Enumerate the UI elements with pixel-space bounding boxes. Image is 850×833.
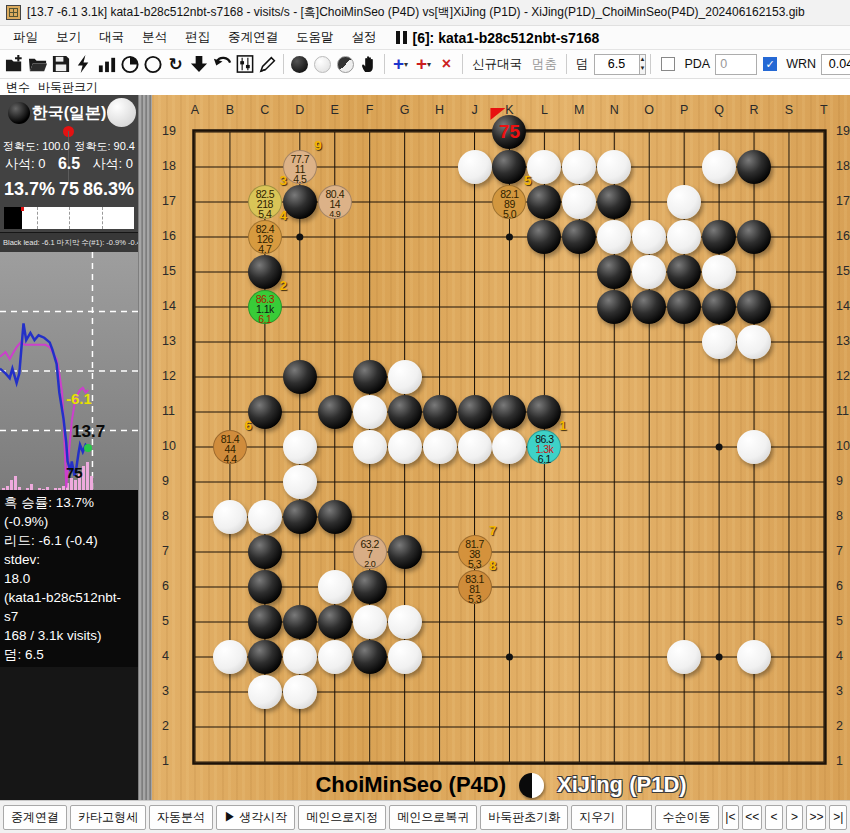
coord-row-right-12: 12 — [836, 369, 850, 383]
stone-white-G12 — [388, 360, 422, 394]
main-toolbar: ↻+▾+▾× 신규대국 멈춤 덤 ▲▼ PDA ✓ WRN 후보수보기 — [0, 50, 850, 79]
nav-button-fwd5[interactable]: >> — [806, 805, 826, 830]
stone-black-P14 — [667, 290, 701, 324]
move-number: 75 — [59, 179, 79, 200]
stone-black-J11 — [458, 395, 492, 429]
stone-white-G10 — [388, 430, 422, 464]
stone-white-P4 — [667, 640, 701, 674]
new-game-button[interactable]: 신규대국 — [472, 56, 522, 73]
stone-white-B4 — [213, 640, 247, 674]
candidate-move-F7[interactable]: 63.272.0 — [353, 535, 387, 569]
coord-col-T: T — [815, 103, 833, 117]
coord-row-left-2: 2 — [162, 719, 186, 733]
red-x-icon[interactable]: × — [435, 53, 458, 76]
coord-row-left-10: 10 — [162, 439, 186, 453]
rotate-icon[interactable]: ↻ — [164, 53, 187, 76]
stone-white-D4 — [283, 640, 317, 674]
stone-black-D5 — [283, 605, 317, 639]
stone-black-Q14 — [702, 290, 736, 324]
coord-row-right-5: 5 — [836, 614, 850, 628]
bottom-button-6[interactable]: 바둑판초기화 — [480, 805, 568, 830]
engine-info-line-5: 덤: 6.5 — [4, 645, 134, 664]
stone-white-C8 — [248, 500, 282, 534]
graph-score-label: -6.1 — [66, 390, 92, 407]
stone-white-R4 — [737, 640, 771, 674]
stone-white-D3 — [283, 675, 317, 709]
black-stone-icon[interactable] — [288, 53, 311, 76]
pause-icon[interactable] — [396, 31, 407, 44]
stone-white-J10 — [458, 430, 492, 464]
coord-col-R: R — [745, 103, 763, 117]
stone-black-C7 — [248, 535, 282, 569]
sub-toolbar: 변수바둑판크기 — [0, 79, 850, 95]
coord-row-left-5: 5 — [162, 614, 186, 628]
stone-white-C3 — [248, 675, 282, 709]
candidate-rank: 6 — [245, 418, 252, 433]
stone-black-C6 — [248, 570, 282, 604]
stone-black-C11 — [248, 395, 282, 429]
new-folder-icon[interactable] — [3, 53, 26, 76]
coord-row-left-8: 8 — [162, 509, 186, 523]
coord-row-right-13: 13 — [836, 334, 850, 348]
candidate-rank: 2 — [280, 278, 287, 293]
coord-row-left-6: 6 — [162, 579, 186, 593]
stop-button[interactable]: 멈춤 — [532, 56, 557, 73]
pda-label: PDA — [684, 57, 710, 71]
stone-black-D8 — [283, 500, 317, 534]
stone-black-G11 — [388, 395, 422, 429]
coord-row-right-16: 16 — [836, 229, 850, 243]
nav-button-last[interactable]: >| — [829, 805, 847, 830]
coord-col-M: M — [570, 103, 588, 117]
menu-item-0[interactable]: 파일 — [4, 26, 47, 49]
winrate-graph[interactable]: -6.113.775 — [0, 252, 138, 490]
coord-row-left-11: 11 — [162, 404, 186, 418]
stone-white-P17 — [667, 185, 701, 219]
stone-black-P15 — [667, 255, 701, 289]
bottom-button-5[interactable]: 메인으로복귀 — [389, 805, 477, 830]
stone-black-R14 — [737, 290, 771, 324]
stone-white-Q18 — [702, 150, 736, 184]
coord-col-E: E — [326, 103, 344, 117]
menu-item-6[interactable]: 도움말 — [287, 26, 343, 49]
bottom-button-4[interactable]: 메인으로지정 — [298, 805, 386, 830]
coord-row-right-4: 4 — [836, 649, 850, 663]
goto-move-button[interactable]: 수순이동 — [655, 805, 719, 830]
pda-input[interactable] — [715, 54, 757, 75]
window-title: [13.7 -6.1 3.1k] kata1-b28c512nbt-s7168 … — [27, 4, 805, 21]
menu-items: 파일보기대국분석편집중계연결도움말설정 — [4, 26, 386, 49]
menu-item-5[interactable]: 중계연결 — [219, 26, 287, 49]
stone-black-D17 — [283, 185, 317, 219]
white-captures: 사석: 0 — [93, 155, 133, 173]
coord-row-right-10: 10 — [836, 439, 850, 453]
candidate-move-C14[interactable]: 86.31.1k6.12 — [248, 290, 282, 324]
white-stone-icon — [107, 98, 136, 127]
coord-row-left-12: 12 — [162, 369, 186, 383]
pda-checkbox[interactable] — [661, 57, 675, 71]
wrn-label: WRN — [786, 57, 816, 71]
lead-summary: Black lead: -6.1 마지막 수(#1): -0.9% -0.4pt… — [0, 233, 138, 252]
stone-white-H10 — [423, 430, 457, 464]
engine-info-line-4: 168 / 3.1k visits) — [4, 626, 134, 645]
white-winrate: 86.3% — [83, 179, 134, 200]
candidate-move-J6[interactable]: 83.1815.38 — [458, 570, 492, 604]
stone-white-O16 — [632, 220, 666, 254]
coord-row-left-16: 16 — [162, 229, 186, 243]
coord-col-Q: Q — [710, 103, 728, 117]
go-board[interactable]: ChoiMinSeo (P4D) XiJing (P1D) ABCDEFGHJK… — [152, 95, 850, 800]
white-stone-icon[interactable] — [311, 53, 334, 76]
coord-col-A: A — [186, 103, 204, 117]
yinyang-icon — [519, 773, 544, 798]
coord-row-left-14: 14 — [162, 299, 186, 313]
coord-row-right-1: 1 — [836, 754, 850, 768]
save-icon[interactable] — [49, 53, 72, 76]
coord-row-right-19: 19 — [836, 124, 850, 138]
move-number-input[interactable] — [626, 805, 651, 830]
stone-white-F10 — [353, 430, 387, 464]
stone-white-G5 — [388, 605, 422, 639]
stone-black-R16 — [737, 220, 771, 254]
menu-item-3[interactable]: 분석 — [133, 26, 176, 49]
stone-black-R18 — [737, 150, 771, 184]
coord-row-left-18: 18 — [162, 159, 186, 173]
coord-row-left-13: 13 — [162, 334, 186, 348]
stone-white-J18 — [458, 150, 492, 184]
komi-input[interactable] — [594, 54, 640, 75]
candidate-move-B10[interactable]: 81.4444.46 — [213, 430, 247, 464]
komi-value: 6.5 — [58, 155, 80, 173]
lightning-icon[interactable] — [72, 53, 95, 76]
app-icon — [6, 5, 21, 20]
coord-col-N: N — [605, 103, 623, 117]
menu-item-4[interactable]: 편집 — [176, 26, 219, 49]
menu-item-7[interactable]: 설정 — [343, 26, 386, 49]
bottom-toolbar: 중계연결카타고형세자동분석▶ 생각시작메인으로지정메인으로복귀바둑판초기화지우기… — [0, 800, 850, 833]
engine-info: 흑 승률: 13.7% (-0.9%)리드: -6.1 (-0.4) stdev… — [0, 490, 138, 667]
stone-white-B8 — [213, 500, 247, 534]
stone-black-C4 — [248, 640, 282, 674]
stone-white-O15 — [632, 255, 666, 289]
menu-item-1[interactable]: 보기 — [47, 26, 90, 49]
bottom-button-2[interactable]: 자동분석 — [149, 805, 213, 830]
candidate-move-J7[interactable]: 81.7385.37 — [458, 535, 492, 569]
coord-row-right-3: 3 — [836, 684, 850, 698]
candidate-move-K17[interactable]: 82.1895.05 — [492, 185, 526, 219]
candidate-rank: 9 — [315, 138, 322, 153]
title-bar: [13.7 -6.1 3.1k] kata1-b28c512nbt-s7168 … — [0, 0, 850, 26]
engine-info-line-1: 리드: -6.1 (-0.4) stdev: — [4, 531, 134, 569]
nav-button-first[interactable]: |< — [722, 805, 740, 830]
analysis-sidebar: 한국(일본) 정확도: 100.0 정확도: 90.4 사석: 0 6.5 사석… — [0, 95, 138, 800]
coord-row-left-7: 7 — [162, 544, 186, 558]
app-window: [13.7 -6.1 3.1k] kata1-b28c512nbt-s7168 … — [0, 0, 850, 833]
coord-row-right-9: 9 — [836, 474, 850, 488]
half-stone-icon[interactable] — [334, 53, 357, 76]
stone-white-D9 — [283, 465, 317, 499]
black-captures: 사석: 0 — [5, 155, 45, 173]
candidate-rank: 4 — [280, 208, 287, 223]
stone-black-E5 — [318, 605, 352, 639]
coord-col-B: B — [221, 103, 239, 117]
coord-col-D: D — [291, 103, 309, 117]
coord-col-H: H — [431, 103, 449, 117]
candidate-move-L10[interactable]: 86.31.3k6.11 — [527, 430, 561, 464]
coord-row-left-4: 4 — [162, 649, 186, 663]
menu-bar: 파일보기대국분석편집중계연결도움말설정 [6]: kata1-b28c512nb… — [0, 26, 850, 50]
coord-row-right-2: 2 — [836, 719, 850, 733]
candidate-rank: 5 — [524, 173, 531, 188]
pie-icon[interactable] — [118, 53, 141, 76]
coord-row-left-9: 9 — [162, 474, 186, 488]
candidate-rank: 8 — [489, 558, 496, 573]
coord-row-right-17: 17 — [836, 194, 850, 208]
coord-row-left-17: 17 — [162, 194, 186, 208]
menu-item-2[interactable]: 대국 — [90, 26, 133, 49]
coord-row-right-15: 15 — [836, 264, 850, 278]
coord-row-right-7: 7 — [836, 544, 850, 558]
down-arrow-icon[interactable] — [187, 53, 210, 76]
coord-col-C: C — [256, 103, 274, 117]
stone-black-E8 — [318, 500, 352, 534]
candidate-move-E17[interactable]: 80.4144.9 — [318, 185, 352, 219]
red-cross-icon[interactable]: +▾ — [412, 53, 435, 76]
stone-black-O14 — [632, 290, 666, 324]
bottom-button-3[interactable]: ▶ 생각시작 — [216, 805, 295, 830]
coord-row-left-3: 3 — [162, 684, 186, 698]
stone-black-F12 — [353, 360, 387, 394]
coord-row-right-8: 8 — [836, 509, 850, 523]
stone-black-H11 — [423, 395, 457, 429]
komi-spinner[interactable]: ▲▼ — [640, 54, 647, 75]
coord-col-J: J — [466, 103, 484, 117]
stone-white-Q13 — [702, 325, 736, 359]
engine-info-line-0: 흑 승률: 13.7% (-0.9%) — [4, 493, 134, 531]
komi-label: 덤 — [576, 56, 589, 73]
white-player-name: XiJing (P1D) — [557, 772, 687, 798]
stone-white-R10 — [737, 430, 771, 464]
black-player-name: ChoiMinSeo (P4D) — [315, 772, 506, 798]
open-folder-icon[interactable] — [26, 53, 49, 76]
stone-white-F5 — [353, 605, 387, 639]
candidate-move-C17[interactable]: 82.52185.43 — [248, 185, 282, 219]
stone-white-E6 — [318, 570, 352, 604]
winrate-tick — [21, 207, 24, 211]
bottom-button-7[interactable]: 지우기 — [571, 805, 623, 830]
subbar-item-0[interactable]: 변수 — [6, 79, 30, 96]
black-winrate: 13.7% — [4, 179, 55, 200]
stone-black-C5 — [248, 605, 282, 639]
candidate-rank: 7 — [489, 523, 496, 538]
stone-black-D12 — [283, 360, 317, 394]
players-bar: ChoiMinSeo (P4D) XiJing (P1D) — [152, 771, 850, 799]
stone-black-E11 — [318, 395, 352, 429]
stone-white-R13 — [737, 325, 771, 359]
white-accuracy: 정확도: 90.4 — [74, 139, 135, 154]
stone-black-F4 — [353, 640, 387, 674]
game-tab[interactable]: [6]: kata1-b28c512nbt-s7168 — [413, 30, 600, 46]
nav-button-back[interactable]: < — [765, 805, 783, 830]
stone-white-P16 — [667, 220, 701, 254]
mixer-icon[interactable] — [233, 53, 256, 76]
graph-move-label: 75 — [66, 464, 83, 481]
coord-row-right-11: 11 — [836, 404, 850, 418]
black-accuracy: 정확도: 100.0 — [3, 139, 70, 154]
bottom-button-1[interactable]: 카타고형세 — [70, 805, 146, 830]
stone-white-Q15 — [702, 255, 736, 289]
coord-col-S: S — [780, 103, 798, 117]
winrate-bar — [4, 207, 134, 229]
coord-col-O: O — [640, 103, 658, 117]
stone-white-G4 — [388, 640, 422, 674]
graph-winrate-label: 13.7 — [72, 422, 105, 442]
coord-col-G: G — [396, 103, 414, 117]
stone-black-F6 — [353, 570, 387, 604]
pencil-icon[interactable] — [256, 53, 279, 76]
candidate-move-C16[interactable]: 82.41264.74 — [248, 220, 282, 254]
chart-icon[interactable] — [95, 53, 118, 76]
wrn-input[interactable] — [821, 54, 850, 75]
subbar-item-1[interactable]: 바둑판크기 — [38, 79, 98, 96]
coord-row-right-18: 18 — [836, 159, 850, 173]
coord-col-F: F — [361, 103, 379, 117]
blue-cross-icon[interactable]: +▾ — [389, 53, 412, 76]
stone-black-G7 — [388, 535, 422, 569]
candidate-move-D18[interactable]: 77.7114.59 — [283, 150, 317, 184]
stone-black-Q16 — [702, 220, 736, 254]
coord-row-left-19: 19 — [162, 124, 186, 138]
undo-arrow-icon[interactable] — [210, 53, 233, 76]
engine-info-line-3: (kata1-b28c512nbt-s7 — [4, 588, 134, 626]
toolbar-icons: ↻+▾+▾× — [3, 53, 467, 76]
wrn-checkbox[interactable]: ✓ — [763, 57, 777, 71]
nav-button-back5[interactable]: << — [742, 805, 762, 830]
coord-row-left-15: 15 — [162, 264, 186, 278]
coord-row-right-6: 6 — [836, 579, 850, 593]
circle-icon[interactable] — [141, 53, 164, 76]
stone-white-E4 — [318, 640, 352, 674]
stone-white-D10 — [283, 430, 317, 464]
stone-white-F11 — [353, 395, 387, 429]
sidebar-splitter[interactable] — [138, 95, 152, 800]
candidate-rank: 1 — [559, 418, 566, 433]
stone-black-C15 — [248, 255, 282, 289]
nav-button-fwd[interactable]: > — [786, 805, 804, 830]
engine-info-line-2: 18.0 — [4, 569, 134, 588]
hand-icon[interactable] — [357, 53, 380, 76]
coord-row-left-1: 1 — [162, 754, 186, 768]
coord-col-P: P — [675, 103, 693, 117]
bottom-button-0[interactable]: 중계연결 — [3, 805, 67, 830]
coord-row-right-14: 14 — [836, 299, 850, 313]
coord-col-L: L — [535, 103, 553, 117]
